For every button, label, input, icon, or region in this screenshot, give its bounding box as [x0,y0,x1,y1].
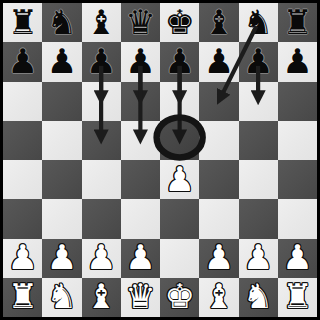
square-h1: ♜ [278,278,317,317]
square-d5 [121,121,160,160]
square-h2: ♟ [278,239,317,278]
square-d1: ♛ [121,278,160,317]
white-knight: ♞ [243,279,273,313]
square-h7: ♟ [278,42,317,81]
black-pawn: ♟ [47,44,77,78]
square-h6 [278,82,317,121]
black-pawn: ♟ [125,44,155,78]
square-c3 [82,199,121,238]
square-e8: ♚ [160,3,199,42]
chess-board: ♜♞♝♛♚♝♞♜♟♟♟♟♟♟♟♟♟♟♟♟♟♟♟♟♜♞♝♛♚♝♞♜ [3,3,317,317]
square-d8: ♛ [121,3,160,42]
square-c8: ♝ [82,3,121,42]
black-rook: ♜ [7,5,37,39]
white-king: ♚ [164,279,194,313]
black-bishop: ♝ [204,5,234,39]
square-d2: ♟ [121,239,160,278]
square-g8: ♞ [239,3,278,42]
square-f6 [199,82,238,121]
square-a8: ♜ [3,3,42,42]
square-b6 [42,82,81,121]
square-f3 [199,199,238,238]
square-a5 [3,121,42,160]
white-pawn: ♟ [86,240,116,274]
square-d6 [121,82,160,121]
white-bishop: ♝ [86,279,116,313]
square-e3 [160,199,199,238]
square-b8: ♞ [42,3,81,42]
square-a6 [3,82,42,121]
square-e2 [160,239,199,278]
white-pawn: ♟ [243,240,273,274]
white-bishop: ♝ [204,279,234,313]
square-c1: ♝ [82,278,121,317]
white-rook: ♜ [7,279,37,313]
square-g1: ♞ [239,278,278,317]
square-b4 [42,160,81,199]
white-pawn: ♟ [164,162,194,196]
white-pawn: ♟ [7,240,37,274]
black-king: ♚ [164,5,194,39]
square-g5 [239,121,278,160]
square-b5 [42,121,81,160]
square-b2: ♟ [42,239,81,278]
black-pawn: ♟ [7,44,37,78]
square-a3 [3,199,42,238]
square-d4 [121,160,160,199]
black-bishop: ♝ [86,5,116,39]
black-pawn: ♟ [243,44,273,78]
square-g2: ♟ [239,239,278,278]
square-f2: ♟ [199,239,238,278]
square-f5 [199,121,238,160]
square-e1: ♚ [160,278,199,317]
square-e6 [160,82,199,121]
white-rook: ♜ [282,279,312,313]
square-e7: ♟ [160,42,199,81]
square-b3 [42,199,81,238]
square-g6 [239,82,278,121]
square-g4 [239,160,278,199]
square-a4 [3,160,42,199]
square-e5 [160,121,199,160]
black-queen: ♛ [125,5,155,39]
square-c4 [82,160,121,199]
black-pawn: ♟ [204,44,234,78]
square-c5 [82,121,121,160]
square-a2: ♟ [3,239,42,278]
white-queen: ♛ [125,279,155,313]
black-pawn: ♟ [282,44,312,78]
black-pawn: ♟ [86,44,116,78]
square-d3 [121,199,160,238]
board-frame: ♜♞♝♛♚♝♞♜♟♟♟♟♟♟♟♟♟♟♟♟♟♟♟♟♜♞♝♛♚♝♞♜ [0,0,320,320]
square-c7: ♟ [82,42,121,81]
square-g7: ♟ [239,42,278,81]
white-pawn: ♟ [204,240,234,274]
square-f1: ♝ [199,278,238,317]
square-h8: ♜ [278,3,317,42]
square-g3 [239,199,278,238]
black-knight: ♞ [47,5,77,39]
square-a1: ♜ [3,278,42,317]
white-pawn: ♟ [282,240,312,274]
square-c2: ♟ [82,239,121,278]
white-knight: ♞ [47,279,77,313]
black-rook: ♜ [282,5,312,39]
black-pawn: ♟ [164,44,194,78]
square-c6 [82,82,121,121]
square-b1: ♞ [42,278,81,317]
square-h5 [278,121,317,160]
square-h4 [278,160,317,199]
white-pawn: ♟ [47,240,77,274]
white-pawn: ♟ [125,240,155,274]
square-f7: ♟ [199,42,238,81]
square-f8: ♝ [199,3,238,42]
square-d7: ♟ [121,42,160,81]
square-a7: ♟ [3,42,42,81]
square-b7: ♟ [42,42,81,81]
square-f4 [199,160,238,199]
square-h3 [278,199,317,238]
square-e4: ♟ [160,160,199,199]
black-knight: ♞ [243,5,273,39]
